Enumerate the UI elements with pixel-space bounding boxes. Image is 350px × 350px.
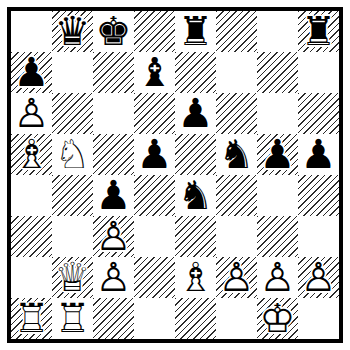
square-b4[interactable] [52,175,93,216]
square-a6[interactable]: ♟♙ [11,93,52,134]
square-c6[interactable] [93,93,134,134]
square-e1[interactable] [175,298,216,339]
square-c5[interactable] [93,134,134,175]
white-rook: ♜♖ [52,298,93,339]
square-d7[interactable]: ♝♝ [134,52,175,93]
white-bishop: ♝♗ [11,134,52,175]
square-e2[interactable]: ♝♗ [175,257,216,298]
square-h8[interactable]: ♜♜ [298,11,339,52]
square-d6[interactable] [134,93,175,134]
square-h3[interactable] [298,216,339,257]
square-f4[interactable] [216,175,257,216]
square-f2[interactable]: ♟♙ [216,257,257,298]
piece-glyph: ♟ [298,134,339,175]
piece-glyph: ♙ [93,216,134,257]
square-f7[interactable] [216,52,257,93]
square-b2[interactable]: ♛♕ [52,257,93,298]
square-c2[interactable]: ♟♙ [93,257,134,298]
white-king: ♚♔ [257,298,298,339]
square-a7[interactable]: ♟♟ [11,52,52,93]
square-e8[interactable]: ♜♜ [175,11,216,52]
black-rook: ♜♜ [175,11,216,52]
piece-glyph: ♕ [52,257,93,298]
piece-glyph: ♖ [52,298,93,339]
black-pawn: ♟♟ [257,134,298,175]
square-b6[interactable] [52,93,93,134]
square-g8[interactable] [257,11,298,52]
square-d1[interactable] [134,298,175,339]
white-rook: ♜♖ [11,298,52,339]
piece-glyph: ♗ [175,257,216,298]
black-bishop: ♝♝ [134,52,175,93]
square-e7[interactable] [175,52,216,93]
square-h2[interactable]: ♟♙ [298,257,339,298]
square-g1[interactable]: ♚♔ [257,298,298,339]
black-knight: ♞♞ [175,175,216,216]
white-pawn: ♟♙ [93,216,134,257]
white-pawn: ♟♙ [257,257,298,298]
square-g2[interactable]: ♟♙ [257,257,298,298]
white-knight: ♞♘ [52,134,93,175]
square-g7[interactable] [257,52,298,93]
square-b7[interactable] [52,52,93,93]
square-b8[interactable]: ♛♛ [52,11,93,52]
piece-glyph: ♘ [52,134,93,175]
square-b3[interactable] [52,216,93,257]
black-pawn: ♟♟ [134,134,175,175]
piece-glyph: ♙ [257,257,298,298]
square-f3[interactable] [216,216,257,257]
square-h7[interactable] [298,52,339,93]
white-pawn: ♟♙ [93,257,134,298]
chess-board-frame: ♛♛♚♚♜♜♜♜♟♟♝♝♟♙♟♟♝♗♞♘♟♟♞♞♟♟♟♟♟♟♞♞♟♙♛♕♟♙♝♗… [7,7,343,343]
black-pawn: ♟♟ [298,134,339,175]
square-h6[interactable] [298,93,339,134]
square-h5[interactable]: ♟♟ [298,134,339,175]
square-b5[interactable]: ♞♘ [52,134,93,175]
square-f5[interactable]: ♞♞ [216,134,257,175]
square-a1[interactable]: ♜♖ [11,298,52,339]
piece-glyph: ♜ [298,11,339,52]
square-c1[interactable] [93,298,134,339]
black-pawn: ♟♟ [93,175,134,216]
square-h1[interactable] [298,298,339,339]
white-bishop: ♝♗ [175,257,216,298]
square-d5[interactable]: ♟♟ [134,134,175,175]
square-e4[interactable]: ♞♞ [175,175,216,216]
piece-glyph: ♙ [11,93,52,134]
square-d2[interactable] [134,257,175,298]
piece-glyph: ♟ [257,134,298,175]
black-rook: ♜♜ [298,11,339,52]
square-a2[interactable] [11,257,52,298]
piece-glyph: ♖ [11,298,52,339]
black-queen: ♛♛ [52,11,93,52]
square-g3[interactable] [257,216,298,257]
square-f6[interactable] [216,93,257,134]
piece-glyph: ♚ [93,11,134,52]
piece-glyph: ♝ [134,52,175,93]
square-g6[interactable] [257,93,298,134]
square-g5[interactable]: ♟♟ [257,134,298,175]
piece-glyph: ♟ [93,175,134,216]
piece-glyph: ♙ [216,257,257,298]
square-a3[interactable] [11,216,52,257]
black-pawn: ♟♟ [11,52,52,93]
square-d4[interactable] [134,175,175,216]
square-c4[interactable]: ♟♟ [93,175,134,216]
white-pawn: ♟♙ [11,93,52,134]
square-c8[interactable]: ♚♚ [93,11,134,52]
piece-glyph: ♙ [298,257,339,298]
square-c3[interactable]: ♟♙ [93,216,134,257]
black-pawn: ♟♟ [175,93,216,134]
square-h4[interactable] [298,175,339,216]
piece-glyph: ♗ [11,134,52,175]
square-f8[interactable] [216,11,257,52]
square-a8[interactable] [11,11,52,52]
black-knight: ♞♞ [216,134,257,175]
piece-glyph: ♜ [175,11,216,52]
white-pawn: ♟♙ [216,257,257,298]
piece-glyph: ♟ [175,93,216,134]
square-e6[interactable]: ♟♟ [175,93,216,134]
square-f1[interactable] [216,298,257,339]
square-d8[interactable] [134,11,175,52]
square-a5[interactable]: ♝♗ [11,134,52,175]
piece-glyph: ♟ [134,134,175,175]
square-e3[interactable] [175,216,216,257]
black-king: ♚♚ [93,11,134,52]
piece-glyph: ♞ [175,175,216,216]
white-queen: ♛♕ [52,257,93,298]
square-d3[interactable] [134,216,175,257]
square-g4[interactable] [257,175,298,216]
piece-glyph: ♙ [93,257,134,298]
square-c7[interactable] [93,52,134,93]
piece-glyph: ♞ [216,134,257,175]
piece-glyph: ♟ [11,52,52,93]
piece-glyph: ♔ [257,298,298,339]
white-pawn: ♟♙ [298,257,339,298]
piece-glyph: ♛ [52,11,93,52]
square-b1[interactable]: ♜♖ [52,298,93,339]
square-e5[interactable] [175,134,216,175]
square-a4[interactable] [11,175,52,216]
chess-board: ♛♛♚♚♜♜♜♜♟♟♝♝♟♙♟♟♝♗♞♘♟♟♞♞♟♟♟♟♟♟♞♞♟♙♛♕♟♙♝♗… [11,11,339,339]
